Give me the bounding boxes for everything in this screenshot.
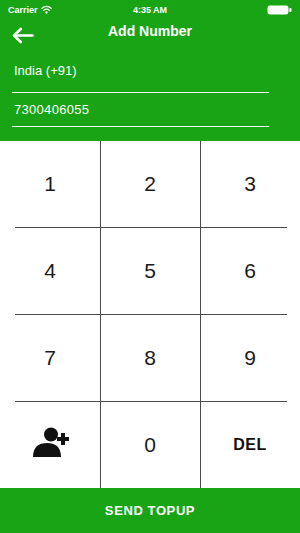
key-8[interactable]: 8 bbox=[100, 315, 200, 402]
add-contact-icon bbox=[32, 427, 69, 462]
clock: 4:35 AM bbox=[0, 0, 300, 20]
key-0[interactable]: 0 bbox=[100, 401, 200, 488]
keypad-divider-horizontal-3 bbox=[15, 401, 287, 402]
nav-bar: Add Number bbox=[0, 20, 300, 50]
key-3[interactable]: 3 bbox=[200, 141, 300, 228]
page-title: Add Number bbox=[0, 23, 300, 39]
add-contact-button[interactable] bbox=[0, 401, 100, 488]
phone-number-input[interactable]: 7300406055 bbox=[12, 93, 269, 127]
key-2[interactable]: 2 bbox=[100, 141, 200, 228]
keypad-divider-horizontal-1 bbox=[15, 227, 287, 228]
keypad-divider-horizontal-2 bbox=[15, 314, 287, 315]
key-6[interactable]: 6 bbox=[200, 228, 300, 315]
key-5[interactable]: 5 bbox=[100, 228, 200, 315]
key-9[interactable]: 9 bbox=[200, 315, 300, 402]
add-number-screen: Carrier 4:35 AM bbox=[0, 0, 300, 533]
country-code-field[interactable]: India (+91) bbox=[12, 60, 269, 93]
header: Carrier 4:35 AM bbox=[0, 0, 300, 141]
dial-keypad: 1 2 3 4 5 6 7 8 9 0 DEL bbox=[0, 141, 300, 488]
form-fields: India (+91) 7300406055 bbox=[0, 60, 300, 127]
key-4[interactable]: 4 bbox=[0, 228, 100, 315]
key-7[interactable]: 7 bbox=[0, 315, 100, 402]
key-1[interactable]: 1 bbox=[0, 141, 100, 228]
send-topup-button[interactable]: SEND TOPUP bbox=[0, 488, 300, 533]
delete-button[interactable]: DEL bbox=[200, 401, 300, 488]
status-bar: Carrier 4:35 AM bbox=[0, 0, 300, 20]
